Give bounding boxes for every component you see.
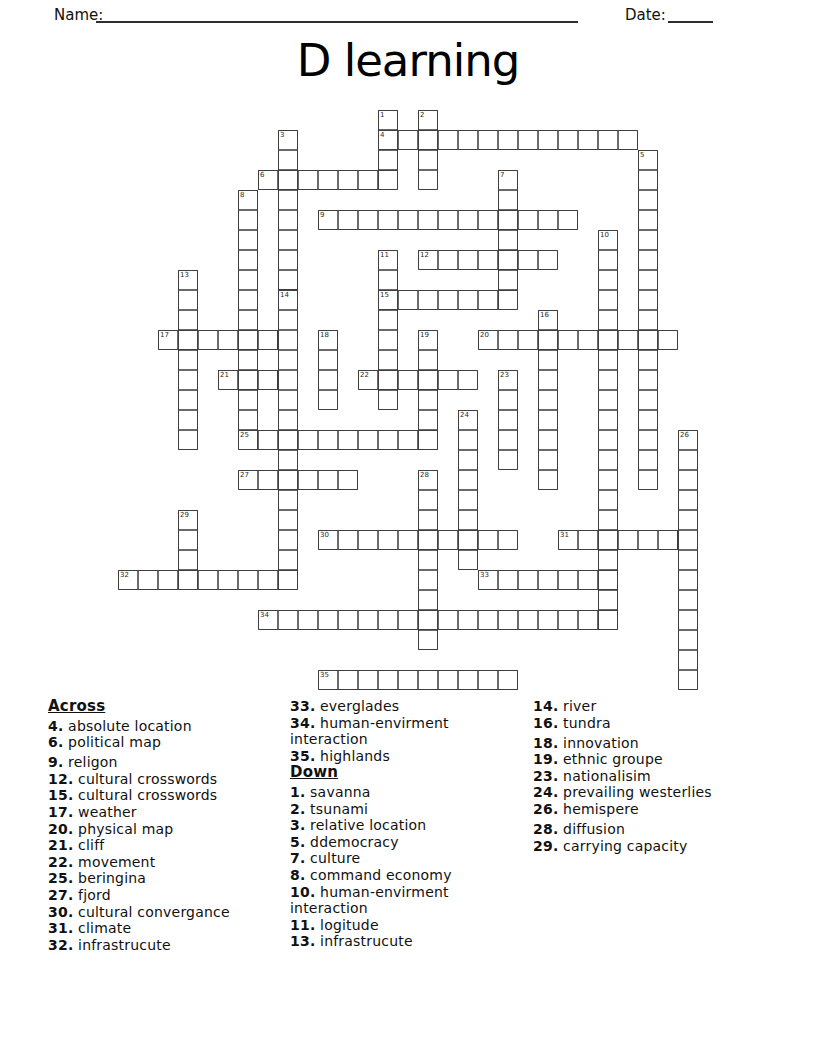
- grid-cell[interactable]: [598, 450, 618, 470]
- grid-cell[interactable]: [538, 450, 558, 470]
- grid-cell[interactable]: [238, 230, 258, 250]
- grid-cell[interactable]: [498, 270, 518, 290]
- grid-cell[interactable]: [638, 530, 658, 550]
- grid-cell[interactable]: [338, 430, 358, 450]
- grid-cell[interactable]: [678, 610, 698, 630]
- grid-cell[interactable]: [538, 570, 558, 590]
- grid-cell[interactable]: [378, 290, 398, 310]
- grid-cell[interactable]: [478, 610, 498, 630]
- grid-cell[interactable]: [538, 390, 558, 410]
- grid-cell[interactable]: [638, 350, 658, 370]
- grid-cell[interactable]: [378, 110, 398, 130]
- grid-cell[interactable]: [278, 570, 298, 590]
- grid-cell[interactable]: [338, 530, 358, 550]
- grid-cell[interactable]: [238, 290, 258, 310]
- grid-cell[interactable]: [418, 290, 438, 310]
- grid-cell[interactable]: [598, 130, 618, 150]
- grid-cell[interactable]: [658, 330, 678, 350]
- grid-cell[interactable]: [498, 530, 518, 550]
- grid-cell[interactable]: [238, 330, 258, 350]
- grid-cell[interactable]: [638, 170, 658, 190]
- grid-cell[interactable]: [438, 210, 458, 230]
- grid-cell[interactable]: [418, 130, 438, 150]
- grid-cell[interactable]: [678, 570, 698, 590]
- clue-number: 22.: [48, 854, 73, 870]
- grid-cell[interactable]: [238, 270, 258, 290]
- grid-cell[interactable]: [418, 350, 438, 370]
- clue-item: 14. river: [533, 698, 803, 715]
- grid-cell[interactable]: [258, 330, 278, 350]
- grid-cell[interactable]: [458, 370, 478, 390]
- grid-cell[interactable]: [418, 490, 438, 510]
- grid-cell[interactable]: [418, 330, 438, 350]
- grid-cell[interactable]: [358, 670, 378, 690]
- grid-cell[interactable]: [258, 470, 278, 490]
- grid-cell[interactable]: [178, 570, 198, 590]
- grid-cell[interactable]: [218, 570, 238, 590]
- grid-cell[interactable]: [458, 410, 478, 430]
- grid-cell[interactable]: [458, 430, 478, 450]
- grid-cell[interactable]: [658, 530, 678, 550]
- grid-cell[interactable]: [238, 390, 258, 410]
- grid-cell[interactable]: [278, 450, 298, 470]
- grid-cell[interactable]: [638, 290, 658, 310]
- grid-cell[interactable]: [518, 210, 538, 230]
- clue-item: 16. tundra: [533, 715, 803, 732]
- grid-cell[interactable]: [578, 570, 598, 590]
- grid-cell[interactable]: [238, 470, 258, 490]
- grid-cell[interactable]: [598, 590, 618, 610]
- grid-cell[interactable]: [438, 530, 458, 550]
- grid-cell[interactable]: [318, 670, 338, 690]
- grid-cell[interactable]: [378, 130, 398, 150]
- grid-cell[interactable]: [318, 170, 338, 190]
- grid-cell[interactable]: [278, 390, 298, 410]
- grid-cell[interactable]: [358, 530, 378, 550]
- grid-cell[interactable]: [598, 350, 618, 370]
- grid-cell[interactable]: [518, 570, 538, 590]
- grid-cell[interactable]: [538, 610, 558, 630]
- grid-cell[interactable]: [238, 410, 258, 430]
- grid-cell[interactable]: [358, 430, 378, 450]
- grid-cell[interactable]: [498, 390, 518, 410]
- grid-cell[interactable]: [478, 570, 498, 590]
- grid-cell[interactable]: [338, 610, 358, 630]
- clue-number: 15.: [48, 787, 73, 803]
- grid-cell[interactable]: [498, 330, 518, 350]
- grid-cell[interactable]: [678, 510, 698, 530]
- clue-item: 17. weather: [48, 804, 288, 821]
- grid-cell[interactable]: [638, 190, 658, 210]
- grid-cell[interactable]: [318, 470, 338, 490]
- grid-cell[interactable]: [558, 330, 578, 350]
- grid-cell[interactable]: [418, 110, 438, 130]
- grid-cell[interactable]: [378, 210, 398, 230]
- grid-cell[interactable]: [458, 490, 478, 510]
- grid-cell[interactable]: [278, 170, 298, 190]
- grid-cell[interactable]: [538, 250, 558, 270]
- grid-cell[interactable]: [478, 210, 498, 230]
- grid-cell[interactable]: [178, 370, 198, 390]
- grid-cell[interactable]: [278, 490, 298, 510]
- grid-cell[interactable]: [578, 330, 598, 350]
- grid-cell[interactable]: [278, 530, 298, 550]
- grid-cell[interactable]: [538, 210, 558, 230]
- grid-cell[interactable]: [418, 550, 438, 570]
- grid-cell[interactable]: [378, 270, 398, 290]
- grid-cell[interactable]: [358, 370, 378, 390]
- grid-cell[interactable]: [458, 550, 478, 570]
- grid-cell[interactable]: [558, 610, 578, 630]
- grid-cell[interactable]: [418, 210, 438, 230]
- grid-cell[interactable]: [178, 410, 198, 430]
- grid-cell[interactable]: [598, 410, 618, 430]
- grid-cell[interactable]: [478, 670, 498, 690]
- grid-cell[interactable]: [278, 290, 298, 310]
- grid-cell[interactable]: [398, 130, 418, 150]
- grid-cell[interactable]: [258, 610, 278, 630]
- clue-item: 18. innovation: [533, 735, 803, 752]
- grid-cell[interactable]: [438, 370, 458, 390]
- grid-cell[interactable]: [378, 430, 398, 450]
- grid-cell[interactable]: [218, 370, 238, 390]
- grid-cell[interactable]: [278, 230, 298, 250]
- grid-cell[interactable]: [178, 390, 198, 410]
- grid-cell[interactable]: [598, 330, 618, 350]
- grid-cell[interactable]: [118, 570, 138, 590]
- grid-cell[interactable]: [498, 570, 518, 590]
- grid-cell[interactable]: [458, 290, 478, 310]
- grid-cell[interactable]: [298, 470, 318, 490]
- grid-cell[interactable]: [398, 210, 418, 230]
- grid-cell[interactable]: [518, 330, 538, 350]
- grid-cell[interactable]: [278, 250, 298, 270]
- grid-cell[interactable]: [538, 350, 558, 370]
- grid-cell[interactable]: [598, 530, 618, 550]
- grid-cell[interactable]: [598, 470, 618, 490]
- grid-cell[interactable]: [498, 250, 518, 270]
- grid-cell[interactable]: [638, 330, 658, 350]
- grid-cell[interactable]: [678, 430, 698, 450]
- grid-cell[interactable]: [498, 210, 518, 230]
- grid-cell[interactable]: [218, 330, 238, 350]
- grid-cell[interactable]: [598, 550, 618, 570]
- grid-cell[interactable]: [258, 370, 278, 390]
- grid-cell[interactable]: [178, 330, 198, 350]
- grid-cell[interactable]: [418, 390, 438, 410]
- grid-cell[interactable]: [478, 250, 498, 270]
- grid-cell[interactable]: [238, 210, 258, 230]
- grid-cell[interactable]: [438, 250, 458, 270]
- grid-cell[interactable]: [278, 330, 298, 350]
- grid-cell[interactable]: [558, 570, 578, 590]
- grid-cell[interactable]: [638, 230, 658, 250]
- grid-cell[interactable]: [518, 610, 538, 630]
- grid-cell[interactable]: [678, 550, 698, 570]
- grid-cell[interactable]: [278, 410, 298, 430]
- grid-cell[interactable]: [358, 170, 378, 190]
- grid-cell[interactable]: [418, 610, 438, 630]
- grid-cell[interactable]: [418, 630, 438, 650]
- grid-cell[interactable]: [338, 470, 358, 490]
- grid-cell[interactable]: [618, 330, 638, 350]
- grid-cell[interactable]: [638, 270, 658, 290]
- grid-cell[interactable]: [578, 530, 598, 550]
- grid-cell[interactable]: [178, 530, 198, 550]
- clue-number: 5.: [290, 834, 305, 850]
- grid-cell[interactable]: [458, 510, 478, 530]
- grid-cell[interactable]: [378, 370, 398, 390]
- grid-cell[interactable]: [158, 330, 178, 350]
- grid-cell[interactable]: [598, 570, 618, 590]
- grid-cell[interactable]: [678, 650, 698, 670]
- grid-cell[interactable]: [418, 150, 438, 170]
- grid-cell[interactable]: [598, 390, 618, 410]
- grid-cell[interactable]: [318, 430, 338, 450]
- grid-cell[interactable]: [398, 430, 418, 450]
- grid-cell[interactable]: [298, 170, 318, 190]
- grid-cell[interactable]: [378, 310, 398, 330]
- grid-cell[interactable]: [578, 610, 598, 630]
- grid-cell[interactable]: [538, 330, 558, 350]
- grid-cell[interactable]: [498, 430, 518, 450]
- grid-cell[interactable]: [278, 210, 298, 230]
- grid-cell[interactable]: [458, 210, 478, 230]
- grid-cell[interactable]: [318, 330, 338, 350]
- grid-cell[interactable]: [418, 410, 438, 430]
- grid-cell[interactable]: [458, 530, 478, 550]
- grid-cell[interactable]: [338, 170, 358, 190]
- grid-cell[interactable]: [598, 490, 618, 510]
- grid-cell[interactable]: [638, 470, 658, 490]
- clue-item: 12. cultural crosswords: [48, 771, 288, 788]
- grid-cell[interactable]: [418, 370, 438, 390]
- clue-number: 13.: [290, 933, 315, 949]
- grid-cell[interactable]: [458, 610, 478, 630]
- grid-cell[interactable]: [278, 130, 298, 150]
- grid-cell[interactable]: [418, 250, 438, 270]
- clue-number: 23.: [533, 768, 558, 784]
- grid-cell[interactable]: [198, 570, 218, 590]
- grid-cell[interactable]: [478, 290, 498, 310]
- grid-cell[interactable]: [678, 490, 698, 510]
- grid-cell[interactable]: [378, 610, 398, 630]
- grid-cell[interactable]: [258, 570, 278, 590]
- grid-cell[interactable]: [238, 190, 258, 210]
- grid-cell[interactable]: [598, 230, 618, 250]
- grid-cell[interactable]: [138, 570, 158, 590]
- grid-cell[interactable]: [598, 430, 618, 450]
- grid-cell[interactable]: [338, 210, 358, 230]
- grid-cell[interactable]: [678, 670, 698, 690]
- grid-cell[interactable]: [418, 430, 438, 450]
- grid-cell[interactable]: [418, 530, 438, 550]
- grid-cell[interactable]: [418, 510, 438, 530]
- grid-cell[interactable]: [438, 130, 458, 150]
- clue-number: 11.: [290, 917, 315, 933]
- grid-cell[interactable]: [278, 610, 298, 630]
- grid-cell[interactable]: [498, 370, 518, 390]
- grid-cell[interactable]: [498, 130, 518, 150]
- grid-cell[interactable]: [158, 570, 178, 590]
- grid-cell[interactable]: [378, 530, 398, 550]
- grid-cell[interactable]: [178, 270, 198, 290]
- grid-cell[interactable]: [378, 250, 398, 270]
- grid-cell[interactable]: [178, 310, 198, 330]
- grid-cell[interactable]: [278, 430, 298, 450]
- clue-number: 6.: [48, 734, 63, 750]
- grid-cell[interactable]: [418, 670, 438, 690]
- grid-cell[interactable]: [558, 530, 578, 550]
- grid-cell[interactable]: [678, 470, 698, 490]
- grid-cell[interactable]: [598, 370, 618, 390]
- grid-cell[interactable]: [178, 430, 198, 450]
- grid-cell[interactable]: [418, 570, 438, 590]
- grid-cell[interactable]: [278, 470, 298, 490]
- grid-cell[interactable]: [278, 310, 298, 330]
- grid-cell[interactable]: [638, 150, 658, 170]
- grid-cell[interactable]: [678, 590, 698, 610]
- grid-cell[interactable]: [538, 130, 558, 150]
- grid-cell[interactable]: [498, 290, 518, 310]
- grid-cell[interactable]: [498, 670, 518, 690]
- grid-cell[interactable]: [598, 290, 618, 310]
- grid-cell[interactable]: [638, 310, 658, 330]
- grid-cell[interactable]: [538, 470, 558, 490]
- grid-cell[interactable]: [178, 510, 198, 530]
- clue-number: 21.: [48, 837, 73, 853]
- grid-cell[interactable]: [438, 610, 458, 630]
- grid-cell[interactable]: [238, 370, 258, 390]
- grid-cell[interactable]: [578, 130, 598, 150]
- grid-cell[interactable]: [398, 670, 418, 690]
- grid-cell[interactable]: [638, 390, 658, 410]
- grid-cell[interactable]: [318, 530, 338, 550]
- grid-cell[interactable]: [518, 250, 538, 270]
- grid-cell[interactable]: [318, 390, 338, 410]
- grid-cell[interactable]: [378, 350, 398, 370]
- grid-cell[interactable]: [318, 350, 338, 370]
- grid-cell[interactable]: [538, 430, 558, 450]
- grid-cell[interactable]: [638, 410, 658, 430]
- grid-cell[interactable]: [638, 430, 658, 450]
- grid-cell[interactable]: [198, 330, 218, 350]
- grid-cell[interactable]: [538, 310, 558, 330]
- grid-cell[interactable]: [378, 170, 398, 190]
- grid-cell[interactable]: [178, 290, 198, 310]
- grid-cell[interactable]: [238, 250, 258, 270]
- grid-cell[interactable]: [278, 270, 298, 290]
- grid-cell[interactable]: [498, 190, 518, 210]
- grid-cell[interactable]: [478, 530, 498, 550]
- grid-cell[interactable]: [498, 450, 518, 470]
- grid-cell[interactable]: [458, 470, 478, 490]
- grid-cell[interactable]: [278, 370, 298, 390]
- grid-cell[interactable]: [258, 170, 278, 190]
- grid-cell[interactable]: [598, 310, 618, 330]
- grid-cell[interactable]: [378, 150, 398, 170]
- name-fill-line: [96, 2, 578, 23]
- grid-cell[interactable]: [538, 370, 558, 390]
- grid-cell[interactable]: [498, 230, 518, 250]
- grid-cell[interactable]: [618, 530, 638, 550]
- grid-cell[interactable]: [638, 250, 658, 270]
- grid-cell[interactable]: [278, 550, 298, 570]
- grid-cell[interactable]: [318, 210, 338, 230]
- grid-cell[interactable]: [178, 350, 198, 370]
- grid-cell[interactable]: [338, 670, 358, 690]
- grid-cell[interactable]: [598, 510, 618, 530]
- grid-cell[interactable]: [678, 450, 698, 470]
- grid-cell[interactable]: [678, 630, 698, 650]
- grid-cell[interactable]: [518, 130, 538, 150]
- grid-cell[interactable]: [358, 210, 378, 230]
- grid-cell[interactable]: [378, 390, 398, 410]
- grid-cell[interactable]: [638, 450, 658, 470]
- grid-cell[interactable]: [598, 270, 618, 290]
- grid-cell[interactable]: [558, 130, 578, 150]
- grid-cell[interactable]: [278, 150, 298, 170]
- grid-cell[interactable]: [398, 530, 418, 550]
- grid-cell[interactable]: [478, 330, 498, 350]
- grid-cell[interactable]: [598, 250, 618, 270]
- grid-cell[interactable]: [358, 610, 378, 630]
- grid-cell[interactable]: [178, 550, 198, 570]
- grid-cell[interactable]: [278, 190, 298, 210]
- grid-cell[interactable]: [458, 670, 478, 690]
- grid-cell[interactable]: [478, 130, 498, 150]
- grid-cell[interactable]: [558, 210, 578, 230]
- grid-cell[interactable]: [418, 170, 438, 190]
- grid-cell[interactable]: [238, 570, 258, 590]
- grid-cell[interactable]: [498, 610, 518, 630]
- grid-cell[interactable]: [398, 290, 418, 310]
- grid-cell[interactable]: [678, 530, 698, 550]
- grid-cell[interactable]: [638, 210, 658, 230]
- grid-cell[interactable]: [298, 430, 318, 450]
- clue-list-header: Down: [290, 764, 467, 781]
- grid-cell[interactable]: [458, 130, 478, 150]
- grid-cell[interactable]: [538, 410, 558, 430]
- grid-cell[interactable]: [498, 410, 518, 430]
- crossword-grid: 1234567891011121314151617181920212223242…: [118, 110, 699, 691]
- grid-cell[interactable]: [458, 250, 478, 270]
- grid-cell[interactable]: [498, 170, 518, 190]
- grid-cell[interactable]: [458, 450, 478, 470]
- grid-cell[interactable]: [418, 470, 438, 490]
- grid-cell[interactable]: [298, 610, 318, 630]
- grid-cell[interactable]: [398, 370, 418, 390]
- grid-cell[interactable]: [598, 610, 618, 630]
- grid-cell[interactable]: [418, 590, 438, 610]
- grid-cell[interactable]: [278, 350, 298, 370]
- grid-cell[interactable]: [378, 330, 398, 350]
- grid-cell[interactable]: [618, 130, 638, 150]
- grid-cell[interactable]: [318, 370, 338, 390]
- grid-cell[interactable]: [378, 670, 398, 690]
- clue-number: 9.: [48, 754, 63, 770]
- grid-cell[interactable]: [238, 430, 258, 450]
- grid-cell[interactable]: [238, 310, 258, 330]
- grid-cell[interactable]: [438, 290, 458, 310]
- grid-cell[interactable]: [638, 370, 658, 390]
- grid-cell[interactable]: [258, 430, 278, 450]
- grid-cell[interactable]: [438, 670, 458, 690]
- grid-cell[interactable]: [398, 610, 418, 630]
- grid-cell[interactable]: [238, 350, 258, 370]
- grid-cell[interactable]: [318, 610, 338, 630]
- grid-cell[interactable]: [278, 510, 298, 530]
